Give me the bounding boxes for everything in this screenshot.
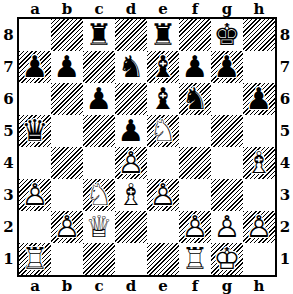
rank-label-8: 8 bbox=[280, 26, 290, 44]
square-b6[interactable] bbox=[51, 83, 83, 115]
square-g7[interactable]: ♟♟ bbox=[211, 51, 243, 83]
square-e4[interactable] bbox=[147, 147, 179, 179]
white-knight: ♞♘ bbox=[147, 115, 179, 147]
piece-glyph: ♖ bbox=[19, 243, 51, 275]
piece-glyph: ♝ bbox=[147, 83, 179, 115]
square-h2[interactable]: ♟♙ bbox=[243, 211, 275, 243]
piece-glyph: ♙ bbox=[51, 211, 83, 243]
square-g4[interactable] bbox=[211, 147, 243, 179]
piece-glyph: ♟ bbox=[179, 51, 211, 83]
rank-label-7: 7 bbox=[3, 58, 13, 76]
piece-glyph: ♟ bbox=[51, 51, 83, 83]
square-c3[interactable]: ♞♘ bbox=[83, 179, 115, 211]
square-h8[interactable] bbox=[243, 19, 275, 51]
file-label-e: e bbox=[158, 0, 168, 18]
piece-glyph: ♙ bbox=[147, 179, 179, 211]
square-b8[interactable] bbox=[51, 19, 83, 51]
piece-glyph: ♝ bbox=[147, 51, 179, 83]
piece-glyph: ♗ bbox=[115, 179, 147, 211]
piece-glyph: ♞ bbox=[115, 51, 147, 83]
square-h1[interactable] bbox=[243, 243, 275, 275]
square-h3[interactable] bbox=[243, 179, 275, 211]
file-label-c: c bbox=[94, 277, 103, 294]
square-a8[interactable] bbox=[19, 19, 51, 51]
white-pawn: ♟♙ bbox=[19, 179, 51, 211]
square-f6[interactable]: ♞♞ bbox=[179, 83, 211, 115]
file-label-c: c bbox=[94, 0, 103, 18]
square-b4[interactable] bbox=[51, 147, 83, 179]
black-king: ♚♚ bbox=[211, 19, 243, 51]
square-c2[interactable]: ♛♕ bbox=[83, 211, 115, 243]
square-b3[interactable] bbox=[51, 179, 83, 211]
white-knight: ♞♘ bbox=[83, 179, 115, 211]
piece-glyph: ♟ bbox=[243, 83, 275, 115]
file-label-f: f bbox=[192, 277, 198, 294]
square-e2[interactable] bbox=[147, 211, 179, 243]
rank-labels-right: 87654321 bbox=[277, 17, 293, 277]
square-g2[interactable]: ♟♙ bbox=[211, 211, 243, 243]
square-g8[interactable]: ♚♚ bbox=[211, 19, 243, 51]
piece-glyph: ♔ bbox=[211, 243, 243, 275]
square-g1[interactable]: ♚♔ bbox=[211, 243, 243, 275]
square-d1[interactable] bbox=[115, 243, 147, 275]
file-label-b: b bbox=[62, 277, 73, 294]
square-a5[interactable]: ♛♛ bbox=[19, 115, 51, 147]
piece-glyph: ♟ bbox=[115, 115, 147, 147]
square-e6[interactable]: ♝♝ bbox=[147, 83, 179, 115]
rank-label-1: 1 bbox=[280, 250, 290, 268]
square-d5[interactable]: ♟♟ bbox=[115, 115, 147, 147]
black-pawn: ♟♟ bbox=[179, 51, 211, 83]
white-rook: ♜♖ bbox=[179, 243, 211, 275]
rank-label-2: 2 bbox=[3, 218, 13, 236]
file-labels-bottom: abcdefgh bbox=[17, 277, 277, 294]
rank-label-1: 1 bbox=[3, 250, 13, 268]
square-g6[interactable] bbox=[211, 83, 243, 115]
white-pawn: ♟♙ bbox=[115, 147, 147, 179]
square-g3[interactable] bbox=[211, 179, 243, 211]
rank-label-3: 3 bbox=[280, 186, 290, 204]
rank-labels-left: 87654321 bbox=[0, 17, 17, 277]
file-labels-top: abcdefgh bbox=[17, 0, 277, 17]
black-bishop: ♝♝ bbox=[147, 83, 179, 115]
piece-glyph: ♟ bbox=[83, 83, 115, 115]
square-d4[interactable]: ♟♙ bbox=[115, 147, 147, 179]
piece-glyph: ♙ bbox=[211, 211, 243, 243]
square-b5[interactable] bbox=[51, 115, 83, 147]
square-e8[interactable]: ♜♜ bbox=[147, 19, 179, 51]
square-f5[interactable] bbox=[179, 115, 211, 147]
piece-glyph: ♙ bbox=[179, 211, 211, 243]
square-e3[interactable]: ♟♙ bbox=[147, 179, 179, 211]
square-d3[interactable]: ♝♗ bbox=[115, 179, 147, 211]
rank-label-6: 6 bbox=[3, 90, 13, 108]
rank-label-4: 4 bbox=[280, 154, 290, 172]
black-pawn: ♟♟ bbox=[115, 115, 147, 147]
black-rook: ♜♜ bbox=[147, 19, 179, 51]
piece-glyph: ♙ bbox=[115, 147, 147, 179]
file-label-d: d bbox=[126, 0, 137, 18]
square-c1[interactable] bbox=[83, 243, 115, 275]
white-rook: ♜♖ bbox=[19, 243, 51, 275]
white-pawn: ♟♙ bbox=[211, 211, 243, 243]
square-c4[interactable] bbox=[83, 147, 115, 179]
white-queen: ♛♕ bbox=[83, 211, 115, 243]
file-label-a: a bbox=[30, 277, 40, 294]
white-pawn: ♟♙ bbox=[243, 211, 275, 243]
square-e7[interactable]: ♝♝ bbox=[147, 51, 179, 83]
black-pawn: ♟♟ bbox=[243, 83, 275, 115]
file-label-f: f bbox=[192, 0, 198, 18]
white-bishop: ♝♗ bbox=[243, 147, 275, 179]
piece-glyph: ♙ bbox=[19, 179, 51, 211]
rank-label-8: 8 bbox=[3, 26, 13, 44]
black-rook: ♜♜ bbox=[83, 19, 115, 51]
square-f3[interactable] bbox=[179, 179, 211, 211]
white-pawn: ♟♙ bbox=[147, 179, 179, 211]
piece-glyph: ♜ bbox=[147, 19, 179, 51]
white-pawn: ♟♙ bbox=[179, 211, 211, 243]
piece-glyph: ♖ bbox=[179, 243, 211, 275]
square-b2[interactable]: ♟♙ bbox=[51, 211, 83, 243]
square-b1[interactable] bbox=[51, 243, 83, 275]
square-a7[interactable]: ♟♟ bbox=[19, 51, 51, 83]
square-d6[interactable] bbox=[115, 83, 147, 115]
white-king: ♚♔ bbox=[211, 243, 243, 275]
file-label-h: h bbox=[254, 0, 265, 18]
square-a6[interactable] bbox=[19, 83, 51, 115]
piece-glyph: ♛ bbox=[19, 115, 51, 147]
square-h6[interactable]: ♟♟ bbox=[243, 83, 275, 115]
square-c7[interactable] bbox=[83, 51, 115, 83]
square-c8[interactable]: ♜♜ bbox=[83, 19, 115, 51]
square-c5[interactable] bbox=[83, 115, 115, 147]
piece-glyph: ♘ bbox=[83, 179, 115, 211]
square-g5[interactable] bbox=[211, 115, 243, 147]
piece-glyph: ♗ bbox=[243, 147, 275, 179]
chess-diagram: abcdefgh 87654321 ♜♜♜♜♚♚♟♟♟♟♞♞♝♝♟♟♟♟♟♟♝♝… bbox=[0, 0, 293, 294]
square-a3[interactable]: ♟♙ bbox=[19, 179, 51, 211]
black-bishop: ♝♝ bbox=[147, 51, 179, 83]
square-d2[interactable] bbox=[115, 211, 147, 243]
square-c6[interactable]: ♟♟ bbox=[83, 83, 115, 115]
file-label-e: e bbox=[158, 277, 168, 294]
square-h4[interactable]: ♝♗ bbox=[243, 147, 275, 179]
square-f4[interactable] bbox=[179, 147, 211, 179]
piece-glyph: ♙ bbox=[243, 211, 275, 243]
rank-label-7: 7 bbox=[280, 58, 290, 76]
file-label-a: a bbox=[30, 0, 40, 18]
square-e1[interactable] bbox=[147, 243, 179, 275]
black-pawn: ♟♟ bbox=[51, 51, 83, 83]
black-pawn: ♟♟ bbox=[83, 83, 115, 115]
rank-label-6: 6 bbox=[280, 90, 290, 108]
black-queen: ♛♛ bbox=[19, 115, 51, 147]
black-pawn: ♟♟ bbox=[19, 51, 51, 83]
piece-glyph: ♟ bbox=[19, 51, 51, 83]
black-knight: ♞♞ bbox=[179, 83, 211, 115]
piece-glyph: ♚ bbox=[211, 19, 243, 51]
rank-label-4: 4 bbox=[3, 154, 13, 172]
rank-label-2: 2 bbox=[280, 218, 290, 236]
file-label-h: h bbox=[254, 277, 265, 294]
file-label-b: b bbox=[62, 0, 73, 18]
square-a1[interactable]: ♜♖ bbox=[19, 243, 51, 275]
square-a2[interactable] bbox=[19, 211, 51, 243]
square-h5[interactable] bbox=[243, 115, 275, 147]
square-f2[interactable]: ♟♙ bbox=[179, 211, 211, 243]
square-b7[interactable]: ♟♟ bbox=[51, 51, 83, 83]
square-h7[interactable] bbox=[243, 51, 275, 83]
square-d7[interactable]: ♞♞ bbox=[115, 51, 147, 83]
piece-glyph: ♘ bbox=[147, 115, 179, 147]
white-pawn: ♟♙ bbox=[51, 211, 83, 243]
black-pawn: ♟♟ bbox=[211, 51, 243, 83]
file-label-g: g bbox=[222, 0, 233, 18]
square-f1[interactable]: ♜♖ bbox=[179, 243, 211, 275]
white-bishop: ♝♗ bbox=[115, 179, 147, 211]
piece-glyph: ♟ bbox=[211, 51, 243, 83]
piece-glyph: ♜ bbox=[83, 19, 115, 51]
rank-label-5: 5 bbox=[3, 122, 13, 140]
file-label-g: g bbox=[222, 277, 233, 294]
piece-glyph: ♞ bbox=[179, 83, 211, 115]
square-a4[interactable] bbox=[19, 147, 51, 179]
rank-label-3: 3 bbox=[3, 186, 13, 204]
chess-board: ♜♜♜♜♚♚♟♟♟♟♞♞♝♝♟♟♟♟♟♟♝♝♞♞♟♟♛♛♟♟♞♘♟♙♝♗♟♙♞♘… bbox=[17, 17, 277, 277]
black-knight: ♞♞ bbox=[115, 51, 147, 83]
file-label-d: d bbox=[126, 277, 137, 294]
square-f7[interactable]: ♟♟ bbox=[179, 51, 211, 83]
piece-glyph: ♕ bbox=[83, 211, 115, 243]
rank-label-5: 5 bbox=[280, 122, 290, 140]
square-e5[interactable]: ♞♘ bbox=[147, 115, 179, 147]
square-f8[interactable] bbox=[179, 19, 211, 51]
square-d8[interactable] bbox=[115, 19, 147, 51]
